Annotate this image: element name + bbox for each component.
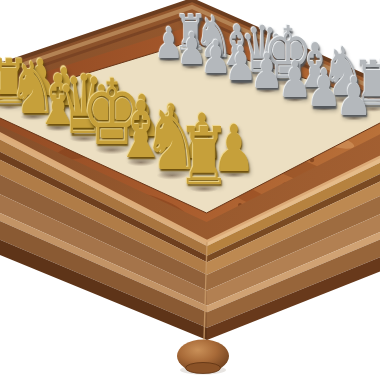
chess-set-photo: ♜♞♝♛♚♝♞♜♟♟♟♟♟♟♟♟♟♟♟♟♟♟♟♟♜♞♝♛♚♝♞♜ — [0, 0, 380, 380]
piece-black-pawn-h7[interactable]: ♟ — [335, 70, 372, 124]
piece-white-rook-h1[interactable]: ♜ — [177, 117, 231, 197]
bun-foot — [177, 340, 229, 375]
